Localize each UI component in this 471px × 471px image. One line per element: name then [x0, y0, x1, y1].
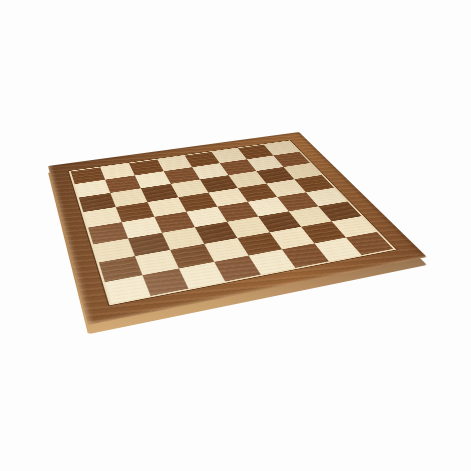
product-photo-background [0, 0, 471, 471]
